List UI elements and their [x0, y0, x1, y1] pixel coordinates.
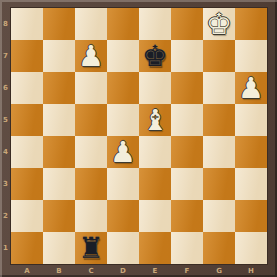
square-e3[interactable] [139, 168, 171, 200]
rank-label-2: 2 [0, 200, 11, 232]
square-g5[interactable] [203, 104, 235, 136]
square-a7[interactable] [11, 40, 43, 72]
square-f3[interactable] [171, 168, 203, 200]
chess-board: ♚♟♚♟♝♟♜ [11, 8, 267, 264]
square-h7[interactable] [235, 40, 267, 72]
rank-label-7: 7 [0, 40, 11, 72]
square-h2[interactable] [235, 200, 267, 232]
square-c8[interactable] [75, 8, 107, 40]
file-label-e: E [139, 264, 171, 277]
file-label-a: A [11, 264, 43, 277]
square-b6[interactable] [43, 72, 75, 104]
square-b1[interactable] [43, 232, 75, 264]
file-label-g: G [203, 264, 235, 277]
piece-white-pawn[interactable]: ♟ [238, 72, 264, 104]
square-c5[interactable] [75, 104, 107, 136]
square-f8[interactable] [171, 8, 203, 40]
square-f6[interactable] [171, 72, 203, 104]
square-h8[interactable] [235, 8, 267, 40]
square-d8[interactable] [107, 8, 139, 40]
square-a6[interactable] [11, 72, 43, 104]
square-c6[interactable] [75, 72, 107, 104]
file-label-b: B [43, 264, 75, 277]
square-f4[interactable] [171, 136, 203, 168]
square-e5[interactable]: ♝ [139, 104, 171, 136]
square-e4[interactable] [139, 136, 171, 168]
square-c3[interactable] [75, 168, 107, 200]
square-d6[interactable] [107, 72, 139, 104]
rank-label-1: 1 [0, 232, 11, 264]
rank-label-3: 3 [0, 168, 11, 200]
square-g4[interactable] [203, 136, 235, 168]
file-label-c: C [75, 264, 107, 277]
square-c1[interactable]: ♜ [75, 232, 107, 264]
square-g2[interactable] [203, 200, 235, 232]
piece-white-king[interactable]: ♚ [206, 8, 232, 40]
file-labels: ABCDEFGH [11, 264, 267, 277]
rank-labels: 87654321 [0, 8, 11, 264]
square-g3[interactable] [203, 168, 235, 200]
square-f1[interactable] [171, 232, 203, 264]
square-d5[interactable] [107, 104, 139, 136]
square-d4[interactable]: ♟ [107, 136, 139, 168]
square-b4[interactable] [43, 136, 75, 168]
square-f2[interactable] [171, 200, 203, 232]
file-label-d: D [107, 264, 139, 277]
square-e6[interactable] [139, 72, 171, 104]
square-e1[interactable] [139, 232, 171, 264]
square-a1[interactable] [11, 232, 43, 264]
piece-black-rook[interactable]: ♜ [78, 232, 104, 264]
square-d3[interactable] [107, 168, 139, 200]
square-g1[interactable] [203, 232, 235, 264]
square-b2[interactable] [43, 200, 75, 232]
square-e8[interactable] [139, 8, 171, 40]
square-c7[interactable]: ♟ [75, 40, 107, 72]
square-e7[interactable]: ♚ [139, 40, 171, 72]
square-h4[interactable] [235, 136, 267, 168]
square-h5[interactable] [235, 104, 267, 136]
square-g6[interactable] [203, 72, 235, 104]
square-c4[interactable] [75, 136, 107, 168]
file-label-f: F [171, 264, 203, 277]
rank-label-5: 5 [0, 104, 11, 136]
square-g7[interactable] [203, 40, 235, 72]
rank-label-6: 6 [0, 72, 11, 104]
file-label-h: H [235, 264, 267, 277]
square-a5[interactable] [11, 104, 43, 136]
rank-label-4: 4 [0, 136, 11, 168]
rank-label-8: 8 [0, 8, 11, 40]
square-b3[interactable] [43, 168, 75, 200]
square-g8[interactable]: ♚ [203, 8, 235, 40]
square-c2[interactable] [75, 200, 107, 232]
square-a2[interactable] [11, 200, 43, 232]
square-h1[interactable] [235, 232, 267, 264]
piece-white-pawn[interactable]: ♟ [78, 40, 104, 72]
square-h6[interactable]: ♟ [235, 72, 267, 104]
square-d1[interactable] [107, 232, 139, 264]
square-f5[interactable] [171, 104, 203, 136]
piece-white-pawn[interactable]: ♟ [110, 136, 136, 168]
piece-white-bishop[interactable]: ♝ [142, 104, 168, 136]
square-f7[interactable] [171, 40, 203, 72]
square-b7[interactable] [43, 40, 75, 72]
square-d2[interactable] [107, 200, 139, 232]
square-e2[interactable] [139, 200, 171, 232]
square-a8[interactable] [11, 8, 43, 40]
square-a3[interactable] [11, 168, 43, 200]
chess-board-frame: 87654321 ♚♟♚♟♝♟♜ ABCDEFGH [0, 0, 277, 277]
square-d7[interactable] [107, 40, 139, 72]
square-h3[interactable] [235, 168, 267, 200]
piece-black-king[interactable]: ♚ [142, 40, 168, 72]
square-b5[interactable] [43, 104, 75, 136]
square-a4[interactable] [11, 136, 43, 168]
square-b8[interactable] [43, 8, 75, 40]
